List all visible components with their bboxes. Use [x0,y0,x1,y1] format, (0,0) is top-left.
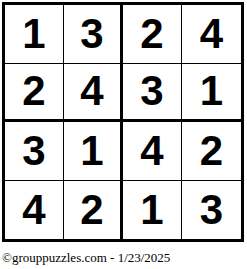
cell-r2c1: 2 [5,64,64,123]
cell-r1c1: 1 [5,5,64,64]
sudoku-board: 1324243131424213 [2,2,244,242]
cell-r4c3: 1 [123,181,182,240]
copyright-credit: ©grouppuzzles.com - 1/23/2025 [2,250,170,266]
cell-r4c2: 2 [64,181,123,240]
cell-r3c3: 4 [123,122,182,181]
cell-r2c2: 4 [64,64,123,123]
cell-r4c4: 3 [182,181,241,240]
cell-r3c1: 3 [5,122,64,181]
cell-r1c2: 3 [64,5,123,64]
cell-r2c4: 1 [182,64,241,123]
cell-r2c3: 3 [123,64,182,123]
cell-r3c2: 1 [64,122,123,181]
cell-r1c4: 4 [182,5,241,64]
cell-r1c3: 2 [123,5,182,64]
cell-r4c1: 4 [5,181,64,240]
cell-r3c4: 2 [182,122,241,181]
